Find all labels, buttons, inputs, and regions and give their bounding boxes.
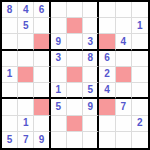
sudoku-cell[interactable] [34,67,50,83]
sudoku-cell[interactable]: 3 [83,34,99,50]
sudoku-cell[interactable]: 5 [2,132,18,148]
sudoku-cell[interactable]: 5 [18,18,34,34]
sudoku-cell[interactable] [83,132,99,148]
sudoku-cell[interactable]: 7 [18,132,34,148]
sudoku-cell-highlighted[interactable] [99,99,115,115]
sudoku-cell[interactable] [99,116,115,132]
sudoku-cell[interactable]: 2 [99,67,115,83]
sudoku-cell[interactable] [83,2,99,18]
sudoku-cell[interactable] [132,67,148,83]
sudoku-cell[interactable] [18,34,34,50]
sudoku-cell[interactable] [67,2,83,18]
sudoku-cell[interactable] [34,83,50,99]
sudoku-cell[interactable]: 8 [83,51,99,67]
sudoku-cell[interactable]: 6 [34,2,50,18]
sudoku-cell[interactable]: 4 [18,2,34,18]
sudoku-cell[interactable]: 4 [99,83,115,99]
sudoku-cell[interactable] [116,83,132,99]
sudoku-board: 846519343861215459712579 [0,0,150,150]
sudoku-cell[interactable] [67,34,83,50]
sudoku-cell[interactable] [132,99,148,115]
sudoku-cell[interactable] [67,132,83,148]
sudoku-cell[interactable] [18,83,34,99]
sudoku-cell[interactable] [132,132,148,148]
sudoku-cell[interactable] [51,132,67,148]
sudoku-cell[interactable] [116,116,132,132]
sudoku-cell[interactable] [51,67,67,83]
sudoku-cell-highlighted[interactable] [34,34,50,50]
sudoku-cell[interactable]: 2 [132,116,148,132]
sudoku-cell[interactable] [2,99,18,115]
sudoku-cell[interactable] [2,51,18,67]
sudoku-cell[interactable]: 6 [99,51,115,67]
sudoku-cell[interactable]: 9 [34,132,50,148]
sudoku-cell[interactable] [67,83,83,99]
sudoku-cell[interactable] [132,34,148,50]
sudoku-cell[interactable]: 1 [2,67,18,83]
sudoku-cell[interactable]: 1 [18,116,34,132]
sudoku-cell[interactable] [34,18,50,34]
sudoku-cell[interactable]: 7 [116,99,132,115]
sudoku-cell-highlighted[interactable] [67,116,83,132]
sudoku-cell[interactable] [34,116,50,132]
sudoku-cell[interactable] [2,18,18,34]
sudoku-cell[interactable] [2,116,18,132]
sudoku-cell[interactable]: 4 [116,34,132,50]
sudoku-cell[interactable] [99,18,115,34]
sudoku-cell-highlighted[interactable] [18,67,34,83]
sudoku-cell[interactable]: 1 [132,18,148,34]
sudoku-cell[interactable] [2,34,18,50]
sudoku-cell[interactable] [99,2,115,18]
sudoku-cell[interactable] [51,2,67,18]
sudoku-cell[interactable] [83,67,99,83]
sudoku-cell-highlighted[interactable] [67,67,83,83]
sudoku-cell[interactable] [83,18,99,34]
sudoku-cell-highlighted[interactable] [67,18,83,34]
sudoku-cell[interactable] [67,99,83,115]
sudoku-cell[interactable]: 3 [51,51,67,67]
sudoku-cell[interactable] [83,116,99,132]
sudoku-cell[interactable] [132,83,148,99]
sudoku-cell[interactable]: 8 [2,2,18,18]
sudoku-cell[interactable] [18,51,34,67]
sudoku-cell[interactable]: 9 [51,34,67,50]
sudoku-cell[interactable] [34,51,50,67]
sudoku-cell-highlighted[interactable] [99,34,115,50]
sudoku-cell[interactable] [18,99,34,115]
sudoku-cell[interactable] [116,2,132,18]
sudoku-cell[interactable]: 1 [51,83,67,99]
sudoku-cell[interactable] [132,2,148,18]
sudoku-cell[interactable] [116,18,132,34]
sudoku-cell-highlighted[interactable] [116,67,132,83]
sudoku-cell[interactable] [116,51,132,67]
sudoku-cell-highlighted[interactable] [34,99,50,115]
sudoku-cell[interactable] [67,51,83,67]
sudoku-cell[interactable] [116,132,132,148]
sudoku-cell[interactable]: 5 [83,83,99,99]
sudoku-cell[interactable] [132,51,148,67]
sudoku-cell[interactable] [51,18,67,34]
sudoku-cell[interactable] [2,83,18,99]
sudoku-cell[interactable] [99,132,115,148]
sudoku-cell[interactable] [51,116,67,132]
sudoku-cell[interactable]: 9 [83,99,99,115]
sudoku-cell[interactable]: 5 [51,99,67,115]
